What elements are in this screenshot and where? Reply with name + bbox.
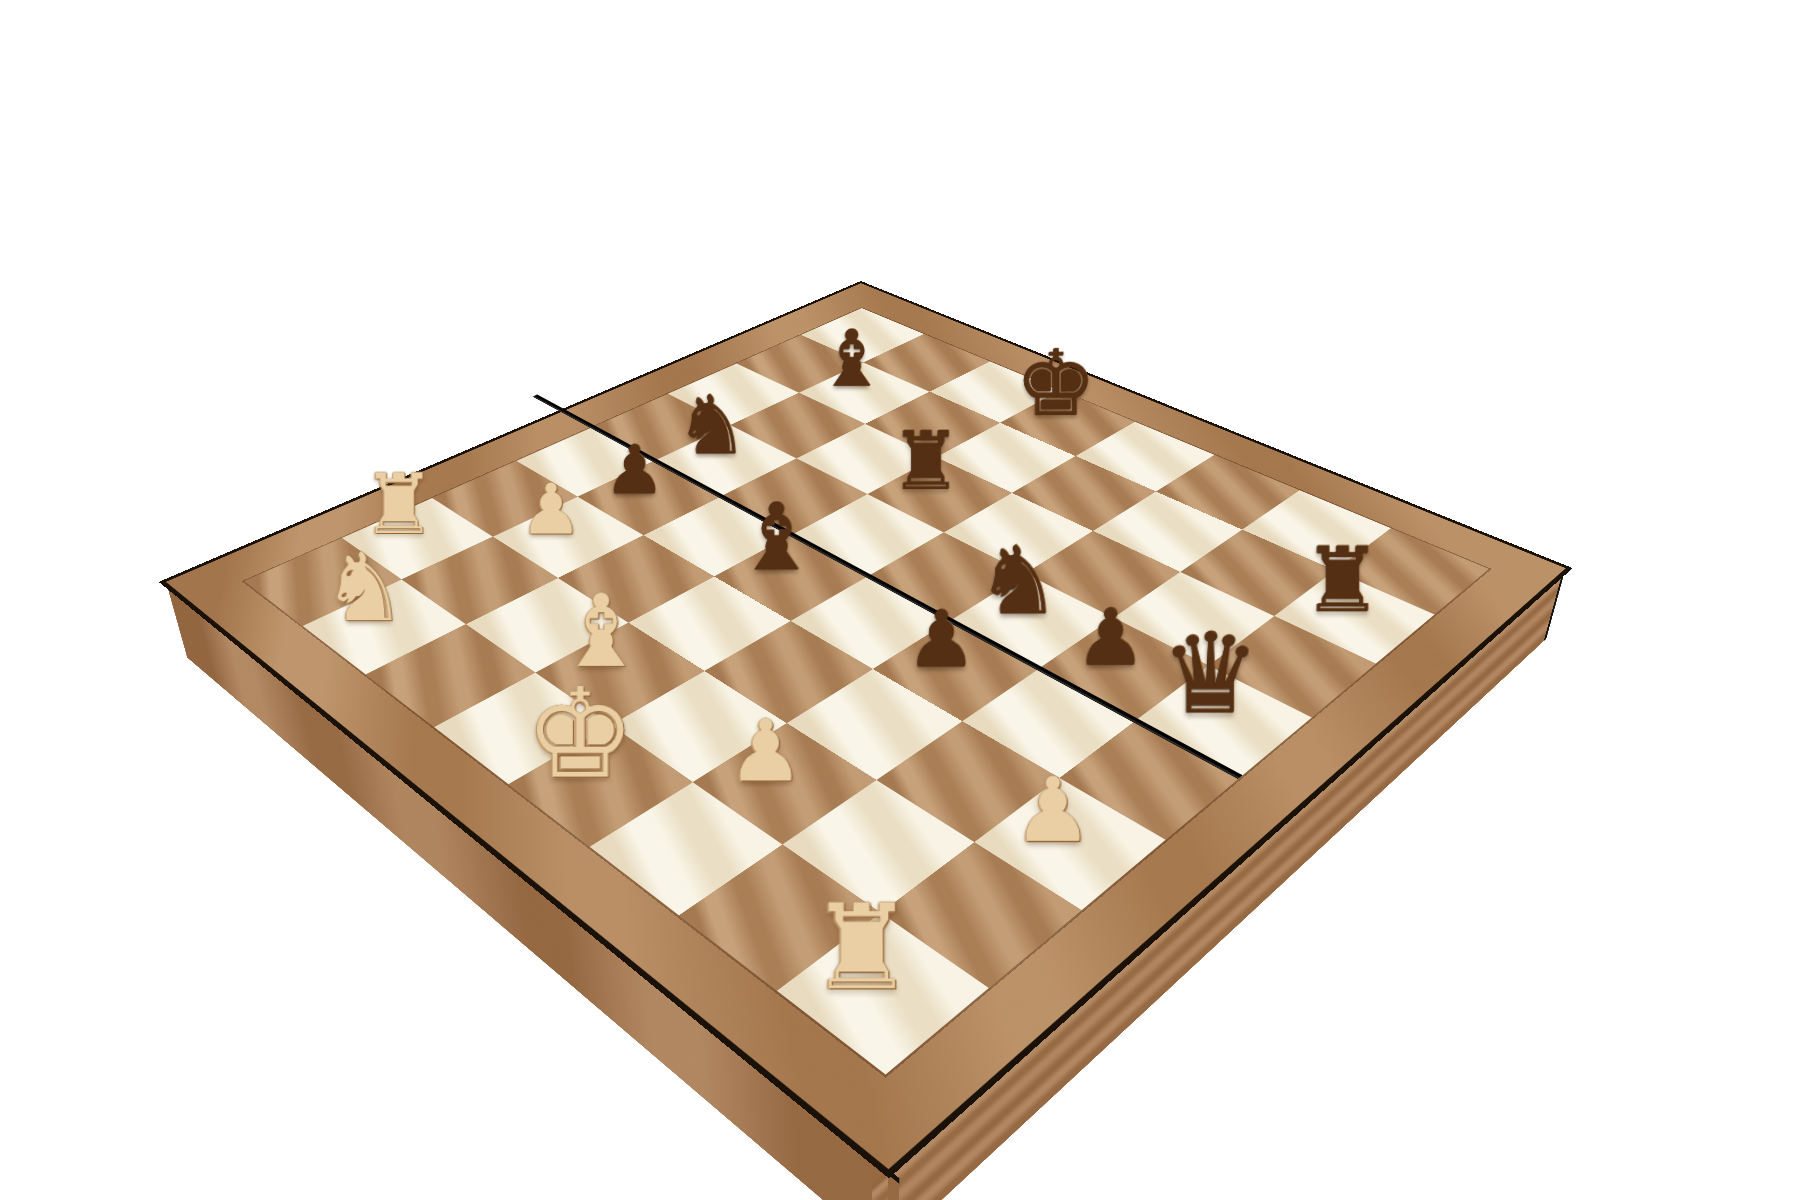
square-h7[interactable]: ♜ xyxy=(1274,570,1434,663)
square-f1[interactable] xyxy=(590,782,783,915)
product-photo-canvas: ♚♝♜♜♞♞♟♛♟♝♟♟♟♜♝♟♞♚♜ xyxy=(0,0,1800,1200)
piece-white-pawn-f2[interactable]: ♟ xyxy=(700,639,831,794)
white-pawn-glyph: ♟ xyxy=(1013,765,1093,855)
piece-black-rook-h7[interactable]: ♜ xyxy=(1285,489,1400,625)
black-king-glyph: ♚ xyxy=(1015,338,1096,429)
piece-black-rook-d6[interactable]: ♜ xyxy=(874,380,977,502)
black-rook-glyph: ♜ xyxy=(890,421,962,501)
white-rook-glyph: ♜ xyxy=(809,888,915,1006)
black-pawn-glyph: ♟ xyxy=(906,600,976,679)
piece-black-king-d8[interactable]: ♚ xyxy=(1008,315,1104,428)
white-king-glyph: ♚ xyxy=(524,672,635,796)
black-pawn-glyph: ♟ xyxy=(1075,598,1145,676)
piece-white-rook-h1[interactable]: ♜ xyxy=(786,827,937,1006)
board-scene: ♚♝♜♜♞♞♟♛♟♝♟♟♟♜♝♟♞♚♜ xyxy=(370,75,1370,1075)
black-rook-glyph: ♜ xyxy=(1302,535,1382,625)
white-knight-glyph: ♞ xyxy=(322,540,407,635)
chess-board[interactable]: ♚♝♜♜♞♞♟♛♟♝♟♟♟♜♝♟♞♚♜ xyxy=(245,308,1489,1074)
piece-white-pawn-h3[interactable]: ♟ xyxy=(984,693,1121,855)
piece-white-pawn-b3[interactable]: ♟ xyxy=(498,418,605,545)
piece-black-queen-h5[interactable]: ♛ xyxy=(1148,582,1273,730)
white-pawn-glyph: ♟ xyxy=(520,474,583,544)
white-pawn-glyph: ♟ xyxy=(727,708,804,794)
board-3d-wrapper: ♚♝♜♜♞♞♟♛♟♝♟♟♟♜♝♟♞♚♜ xyxy=(159,281,1573,1178)
piece-white-king-e1[interactable]: ♚ xyxy=(514,641,645,796)
folding-chess-box: ♚♝♜♜♞♞♟♛♟♝♟♟♟♜♝♟♞♚♜ xyxy=(159,281,1573,1178)
black-pawn-glyph: ♟ xyxy=(604,436,665,504)
black-bishop-glyph: ♝ xyxy=(735,492,818,585)
piece-black-bishop-d4[interactable]: ♝ xyxy=(721,454,832,585)
piece-black-pawn-f4[interactable]: ♟ xyxy=(881,537,1001,679)
black-queen-glyph: ♛ xyxy=(1160,618,1260,729)
piece-white-knight-b1[interactable]: ♞ xyxy=(306,498,422,635)
